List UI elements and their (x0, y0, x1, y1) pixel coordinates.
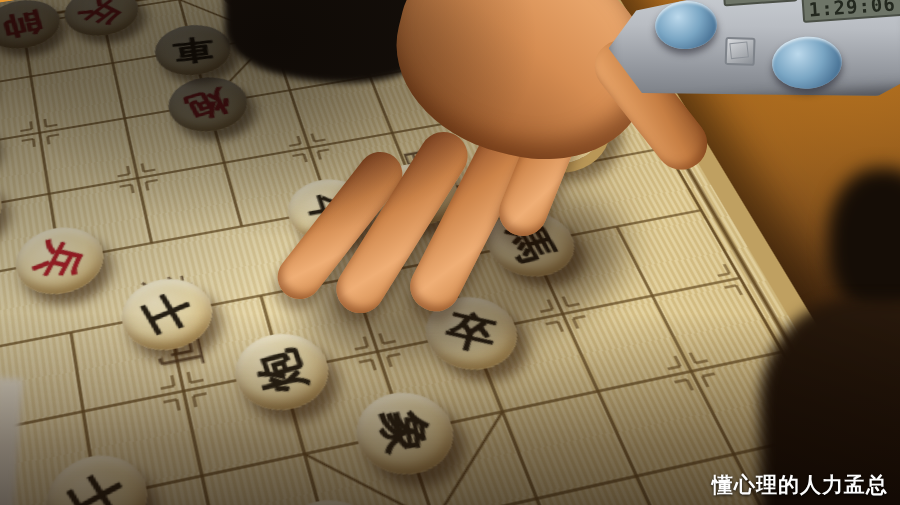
xiangqi-piece-black[interactable]: 馬 (476, 205, 586, 284)
watermark-text: 懂心理的人力孟总 (712, 471, 888, 499)
clock-logo-icon (725, 37, 756, 66)
xiangqi-piece-black[interactable]: 士 (116, 272, 220, 358)
piece-character: 炮 (251, 346, 313, 398)
xiangqi-piece-red[interactable]: 兵 (12, 221, 109, 302)
piece-character: 象 (393, 176, 440, 212)
piece-character: 馬 (500, 221, 561, 265)
piece-character: 象 (377, 410, 434, 457)
piece-character: 兵 (29, 238, 91, 282)
piece-character: 士 (135, 288, 199, 340)
xiangqi-piece-black[interactable]: 象 (346, 384, 465, 483)
piece-character: 車 (171, 35, 215, 66)
game-clock: 1:29:06 (604, 0, 900, 114)
xiangqi-piece-black[interactable]: 卒 (415, 290, 529, 378)
piece-character: 卒 (244, 19, 301, 56)
xiangqi-piece-black[interactable]: 炮 (227, 326, 338, 418)
piece-character: 士 (61, 466, 133, 505)
piece-character: 帥 (0, 8, 46, 41)
river-text-left: 楚 河 (137, 271, 216, 375)
piece-character: 卒 (303, 190, 358, 231)
blurred-foreground-object (828, 168, 900, 318)
xiangqi-piece-black[interactable]: 士 (42, 447, 155, 505)
piece-character: 卒 (442, 309, 500, 357)
piece-character: 炮 (181, 85, 235, 123)
piece-character: 相 (228, 0, 283, 5)
xiangqi-photo-scene: 楚 河 漢 界 帥兵相兵馬炮炮兵車卒將卒象士馬炮卒士象馬 1:29:06 懂心理… (0, 0, 900, 505)
xiangqi-piece-black[interactable]: 馬 (269, 491, 393, 505)
piece-character: 兵 (74, 0, 130, 30)
